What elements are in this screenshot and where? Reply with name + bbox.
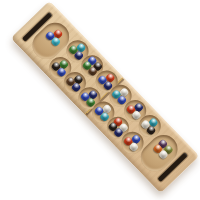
photo-background bbox=[0, 0, 200, 200]
mancala-board bbox=[11, 1, 200, 194]
